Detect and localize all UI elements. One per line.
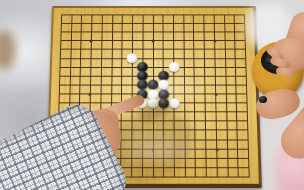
- white-stone: [158, 80, 169, 90]
- star-point: [213, 39, 216, 42]
- star-point: [89, 92, 92, 95]
- blurred-background-object: [0, 30, 16, 70]
- held-black-stone: [259, 96, 267, 103]
- photo-scene: [0, 0, 304, 190]
- star-point: [152, 39, 155, 42]
- white-stone: [127, 53, 138, 63]
- star-point: [214, 92, 217, 95]
- white-stone: [168, 62, 179, 72]
- star-point: [215, 148, 218, 151]
- star-point: [90, 39, 93, 42]
